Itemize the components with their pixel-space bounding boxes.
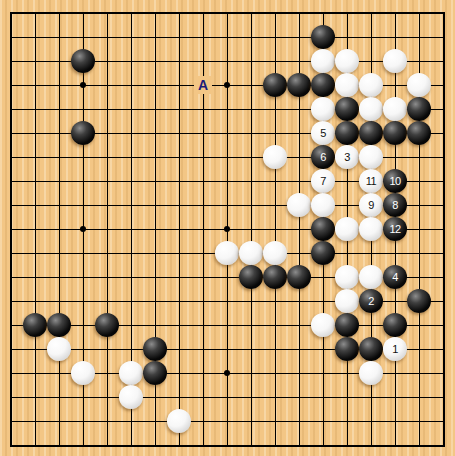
stone-white[interactable] <box>239 241 263 265</box>
stone-black[interactable] <box>143 337 167 361</box>
stone-white[interactable] <box>71 361 95 385</box>
stone-black[interactable] <box>335 313 359 337</box>
stone-black[interactable] <box>383 121 407 145</box>
move-number: 9 <box>368 200 374 211</box>
stone-black[interactable] <box>359 337 383 361</box>
stone-white[interactable] <box>359 217 383 241</box>
stone-black[interactable] <box>311 217 335 241</box>
stone-white-move-11[interactable]: 11 <box>359 169 383 193</box>
stone-black[interactable] <box>287 265 311 289</box>
stone-white[interactable] <box>359 73 383 97</box>
move-number: 2 <box>368 296 374 307</box>
stone-black[interactable] <box>335 337 359 361</box>
move-number: 3 <box>344 152 350 163</box>
star-point <box>80 226 86 232</box>
stone-white[interactable] <box>119 361 143 385</box>
stone-white[interactable] <box>311 97 335 121</box>
stone-white[interactable] <box>263 241 287 265</box>
stone-white[interactable] <box>119 385 143 409</box>
stone-white[interactable] <box>383 49 407 73</box>
stone-white[interactable] <box>359 97 383 121</box>
move-number: 11 <box>366 176 376 187</box>
stone-black-move-6[interactable]: 6 <box>311 145 335 169</box>
star-point <box>80 82 86 88</box>
stone-white[interactable] <box>335 49 359 73</box>
stone-white[interactable] <box>311 193 335 217</box>
move-number: 4 <box>392 272 398 283</box>
stone-white[interactable] <box>359 265 383 289</box>
move-number: 7 <box>320 176 326 187</box>
stone-black-move-4[interactable]: 4 <box>383 265 407 289</box>
stone-black[interactable] <box>263 265 287 289</box>
stone-white[interactable] <box>311 49 335 73</box>
star-point <box>224 82 230 88</box>
stone-white[interactable] <box>383 97 407 121</box>
stone-white-move-5[interactable]: 5 <box>311 121 335 145</box>
stone-white-move-3[interactable]: 3 <box>335 145 359 169</box>
move-number: 1 <box>392 344 398 355</box>
stone-black[interactable] <box>143 361 167 385</box>
stone-white[interactable] <box>311 313 335 337</box>
stone-black[interactable] <box>47 313 71 337</box>
stone-white[interactable] <box>407 73 431 97</box>
stone-white[interactable] <box>335 265 359 289</box>
stone-black[interactable] <box>311 241 335 265</box>
stone-black[interactable] <box>311 73 335 97</box>
move-number: 8 <box>392 200 398 211</box>
star-point <box>224 370 230 376</box>
stone-white[interactable] <box>335 73 359 97</box>
move-number: 12 <box>389 224 400 235</box>
stone-black[interactable] <box>359 121 383 145</box>
stone-black[interactable] <box>335 121 359 145</box>
stone-black[interactable] <box>407 289 431 313</box>
stone-white[interactable] <box>335 217 359 241</box>
stone-white[interactable] <box>359 361 383 385</box>
stone-white[interactable] <box>47 337 71 361</box>
stone-black[interactable] <box>407 97 431 121</box>
label-A[interactable]: A <box>194 76 212 94</box>
stone-white[interactable] <box>167 409 191 433</box>
move-number: 10 <box>389 176 400 187</box>
stone-black[interactable] <box>287 73 311 97</box>
stone-black[interactable] <box>383 313 407 337</box>
go-board[interactable]: 563711109812421A <box>0 0 455 456</box>
move-number: 5 <box>320 128 326 139</box>
stone-white-move-7[interactable]: 7 <box>311 169 335 193</box>
stone-white-move-9[interactable]: 9 <box>359 193 383 217</box>
stone-white[interactable] <box>287 193 311 217</box>
stone-black-move-8[interactable]: 8 <box>383 193 407 217</box>
stone-white[interactable] <box>335 289 359 313</box>
stone-white[interactable] <box>359 145 383 169</box>
stone-black[interactable] <box>23 313 47 337</box>
star-point <box>224 226 230 232</box>
stone-black[interactable] <box>407 121 431 145</box>
stone-black[interactable] <box>71 121 95 145</box>
stone-black[interactable] <box>95 313 119 337</box>
stone-black-move-10[interactable]: 10 <box>383 169 407 193</box>
stone-black[interactable] <box>71 49 95 73</box>
stone-black[interactable] <box>239 265 263 289</box>
stone-black-move-12[interactable]: 12 <box>383 217 407 241</box>
stone-black-move-2[interactable]: 2 <box>359 289 383 313</box>
stone-black[interactable] <box>263 73 287 97</box>
stone-black[interactable] <box>335 97 359 121</box>
stone-white-move-1[interactable]: 1 <box>383 337 407 361</box>
stone-white[interactable] <box>215 241 239 265</box>
move-number: 6 <box>320 152 326 163</box>
stone-black[interactable] <box>311 25 335 49</box>
stone-white[interactable] <box>263 145 287 169</box>
